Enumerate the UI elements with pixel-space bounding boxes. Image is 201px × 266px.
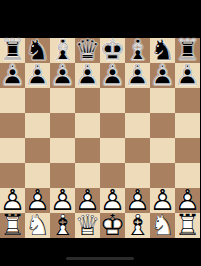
square-h6[interactable] <box>175 88 200 113</box>
white-rook-icon[interactable]: ♜♖ <box>0 213 25 238</box>
square-f6[interactable] <box>125 88 150 113</box>
square-e5[interactable] <box>100 113 125 138</box>
square-h7[interactable]: ♟♙ <box>175 63 200 88</box>
square-d5[interactable] <box>75 113 100 138</box>
square-h1[interactable]: ♜♖ <box>175 213 200 238</box>
square-b6[interactable] <box>25 88 50 113</box>
square-g5[interactable] <box>150 113 175 138</box>
square-h5[interactable] <box>175 113 200 138</box>
square-e7[interactable]: ♟♙ <box>100 63 125 88</box>
square-c1[interactable]: ♝♗ <box>50 213 75 238</box>
piece-glyph-outline: ♙ <box>0 60 26 89</box>
chess-board: ♜♖♞♘♝♗♛♕♚♔♝♗♞♘♜♖♟♙♟♙♟♙♟♙♟♙♟♙♟♙♟♙♟♙♟♙♟♙♟♙… <box>0 38 200 238</box>
square-h4[interactable] <box>175 138 200 163</box>
white-bishop-icon[interactable]: ♝♗ <box>125 213 150 238</box>
square-a5[interactable] <box>0 113 25 138</box>
piece-glyph-outline: ♘ <box>25 210 51 239</box>
black-pawn-icon[interactable]: ♟♙ <box>100 63 125 88</box>
square-f1[interactable]: ♝♗ <box>125 213 150 238</box>
white-knight-icon[interactable]: ♞♘ <box>25 213 50 238</box>
square-b1[interactable]: ♞♘ <box>25 213 50 238</box>
piece-glyph-outline: ♕ <box>75 210 101 239</box>
square-g1[interactable]: ♞♘ <box>150 213 175 238</box>
square-g4[interactable] <box>150 138 175 163</box>
white-king-icon[interactable]: ♚♔ <box>100 213 125 238</box>
square-c5[interactable] <box>50 113 75 138</box>
phone-screen: ♜♖♞♘♝♗♛♕♚♔♝♗♞♘♜♖♟♙♟♙♟♙♟♙♟♙♟♙♟♙♟♙♟♙♟♙♟♙♟♙… <box>0 0 200 266</box>
square-a1[interactable]: ♜♖ <box>0 213 25 238</box>
square-f7[interactable]: ♟♙ <box>125 63 150 88</box>
square-f5[interactable] <box>125 113 150 138</box>
piece-glyph-outline: ♘ <box>150 210 176 239</box>
square-d4[interactable] <box>75 138 100 163</box>
white-queen-icon[interactable]: ♛♕ <box>75 213 100 238</box>
square-e6[interactable] <box>100 88 125 113</box>
black-pawn-icon[interactable]: ♟♙ <box>125 63 150 88</box>
piece-glyph-outline: ♖ <box>175 210 201 239</box>
piece-glyph-outline: ♙ <box>150 60 176 89</box>
black-pawn-icon[interactable]: ♟♙ <box>150 63 175 88</box>
square-g7[interactable]: ♟♙ <box>150 63 175 88</box>
square-c7[interactable]: ♟♙ <box>50 63 75 88</box>
square-d6[interactable] <box>75 88 100 113</box>
square-d7[interactable]: ♟♙ <box>75 63 100 88</box>
black-pawn-icon[interactable]: ♟♙ <box>50 63 75 88</box>
piece-glyph-outline: ♔ <box>100 210 126 239</box>
square-b4[interactable] <box>25 138 50 163</box>
piece-glyph-outline: ♙ <box>125 60 151 89</box>
piece-glyph-outline: ♗ <box>50 210 76 239</box>
piece-glyph-outline: ♙ <box>75 60 101 89</box>
piece-glyph-outline: ♙ <box>25 60 51 89</box>
black-pawn-icon[interactable]: ♟♙ <box>75 63 100 88</box>
piece-glyph-outline: ♙ <box>175 60 201 89</box>
black-pawn-icon[interactable]: ♟♙ <box>0 63 25 88</box>
piece-glyph-outline: ♙ <box>50 60 76 89</box>
square-a6[interactable] <box>0 88 25 113</box>
home-indicator[interactable] <box>66 257 134 260</box>
square-a7[interactable]: ♟♙ <box>0 63 25 88</box>
square-b7[interactable]: ♟♙ <box>25 63 50 88</box>
white-bishop-icon[interactable]: ♝♗ <box>50 213 75 238</box>
square-f4[interactable] <box>125 138 150 163</box>
piece-glyph-outline: ♖ <box>0 210 26 239</box>
square-d1[interactable]: ♛♕ <box>75 213 100 238</box>
black-pawn-icon[interactable]: ♟♙ <box>175 63 200 88</box>
square-e4[interactable] <box>100 138 125 163</box>
white-rook-icon[interactable]: ♜♖ <box>175 213 200 238</box>
black-pawn-icon[interactable]: ♟♙ <box>25 63 50 88</box>
square-c6[interactable] <box>50 88 75 113</box>
white-knight-icon[interactable]: ♞♘ <box>150 213 175 238</box>
square-g6[interactable] <box>150 88 175 113</box>
square-c4[interactable] <box>50 138 75 163</box>
piece-glyph-outline: ♙ <box>100 60 126 89</box>
square-a4[interactable] <box>0 138 25 163</box>
piece-glyph-outline: ♗ <box>125 210 151 239</box>
square-e1[interactable]: ♚♔ <box>100 213 125 238</box>
square-b5[interactable] <box>25 113 50 138</box>
